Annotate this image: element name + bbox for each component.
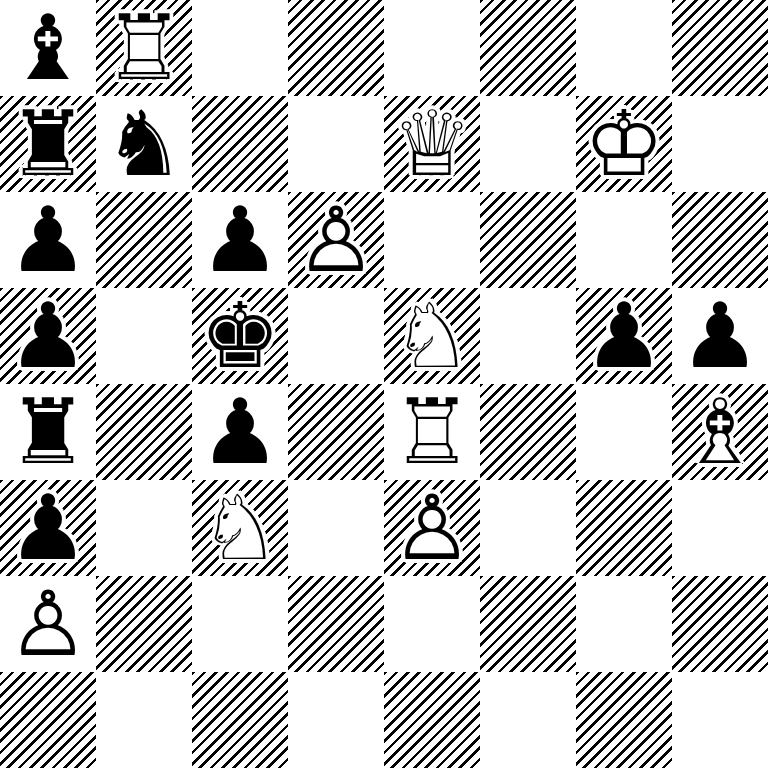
square-b6[interactable] bbox=[96, 192, 192, 288]
white-queen[interactable]: ♛♕ bbox=[384, 96, 480, 192]
square-g4[interactable] bbox=[576, 384, 672, 480]
black-bishop[interactable]: ♝♝ bbox=[0, 0, 96, 96]
square-g7[interactable]: ♚♔ bbox=[576, 96, 672, 192]
black-pawn-icon: ♟ bbox=[192, 384, 288, 480]
square-c2[interactable] bbox=[192, 576, 288, 672]
square-g3[interactable] bbox=[576, 480, 672, 576]
square-d1[interactable] bbox=[288, 672, 384, 768]
white-pawn-icon: ♙ bbox=[0, 576, 96, 672]
square-a2[interactable]: ♟♙ bbox=[0, 576, 96, 672]
chess-board: ♝♝♜♖♜♜♞♞♛♕♚♔♟♟♟♟♟♙♟♟♚♚♞♘♟♟♟♟♜♜♟♟♜♖♝♗♟♟♞♘… bbox=[0, 0, 768, 768]
square-a6[interactable]: ♟♟ bbox=[0, 192, 96, 288]
square-e2[interactable] bbox=[384, 576, 480, 672]
black-king[interactable]: ♚♚ bbox=[192, 288, 288, 384]
white-pawn-icon: ♙ bbox=[288, 192, 384, 288]
square-g8[interactable] bbox=[576, 0, 672, 96]
square-b5[interactable] bbox=[96, 288, 192, 384]
black-rook[interactable]: ♜♜ bbox=[0, 96, 96, 192]
square-c1[interactable] bbox=[192, 672, 288, 768]
square-d7[interactable] bbox=[288, 96, 384, 192]
square-b1[interactable] bbox=[96, 672, 192, 768]
black-rook-icon: ♜ bbox=[0, 384, 96, 480]
square-d3[interactable] bbox=[288, 480, 384, 576]
white-pawn[interactable]: ♟♙ bbox=[0, 576, 96, 672]
square-e5[interactable]: ♞♘ bbox=[384, 288, 480, 384]
white-rook-icon: ♖ bbox=[384, 384, 480, 480]
square-a1[interactable] bbox=[0, 672, 96, 768]
white-pawn[interactable]: ♟♙ bbox=[384, 480, 480, 576]
square-h6[interactable] bbox=[672, 192, 768, 288]
white-king[interactable]: ♚♔ bbox=[576, 96, 672, 192]
white-rook[interactable]: ♜♖ bbox=[96, 0, 192, 96]
square-h8[interactable] bbox=[672, 0, 768, 96]
square-f3[interactable] bbox=[480, 480, 576, 576]
square-c7[interactable] bbox=[192, 96, 288, 192]
black-knight[interactable]: ♞♞ bbox=[96, 96, 192, 192]
square-e3[interactable]: ♟♙ bbox=[384, 480, 480, 576]
square-f5[interactable] bbox=[480, 288, 576, 384]
square-h7[interactable] bbox=[672, 96, 768, 192]
square-c4[interactable]: ♟♟ bbox=[192, 384, 288, 480]
square-f8[interactable] bbox=[480, 0, 576, 96]
white-rook-icon: ♖ bbox=[96, 0, 192, 96]
black-king-icon: ♚ bbox=[192, 288, 288, 384]
black-pawn-icon: ♟ bbox=[672, 288, 768, 384]
square-f7[interactable] bbox=[480, 96, 576, 192]
black-pawn-icon: ♟ bbox=[0, 480, 96, 576]
black-pawn[interactable]: ♟♟ bbox=[192, 192, 288, 288]
square-c3[interactable]: ♞♘ bbox=[192, 480, 288, 576]
square-a8[interactable]: ♝♝ bbox=[0, 0, 96, 96]
square-a7[interactable]: ♜♜ bbox=[0, 96, 96, 192]
black-pawn[interactable]: ♟♟ bbox=[576, 288, 672, 384]
white-queen-icon: ♕ bbox=[384, 96, 480, 192]
black-pawn[interactable]: ♟♟ bbox=[0, 480, 96, 576]
square-b3[interactable] bbox=[96, 480, 192, 576]
square-d4[interactable] bbox=[288, 384, 384, 480]
black-pawn-icon: ♟ bbox=[0, 192, 96, 288]
square-f2[interactable] bbox=[480, 576, 576, 672]
black-pawn[interactable]: ♟♟ bbox=[0, 288, 96, 384]
square-e1[interactable] bbox=[384, 672, 480, 768]
square-e4[interactable]: ♜♖ bbox=[384, 384, 480, 480]
square-g5[interactable]: ♟♟ bbox=[576, 288, 672, 384]
square-d5[interactable] bbox=[288, 288, 384, 384]
black-knight-icon: ♞ bbox=[96, 96, 192, 192]
square-d2[interactable] bbox=[288, 576, 384, 672]
square-d8[interactable] bbox=[288, 0, 384, 96]
square-d6[interactable]: ♟♙ bbox=[288, 192, 384, 288]
square-h2[interactable] bbox=[672, 576, 768, 672]
black-pawn[interactable]: ♟♟ bbox=[0, 192, 96, 288]
square-a5[interactable]: ♟♟ bbox=[0, 288, 96, 384]
square-f1[interactable] bbox=[480, 672, 576, 768]
square-e6[interactable] bbox=[384, 192, 480, 288]
black-pawn[interactable]: ♟♟ bbox=[192, 384, 288, 480]
square-h5[interactable]: ♟♟ bbox=[672, 288, 768, 384]
white-rook[interactable]: ♜♖ bbox=[384, 384, 480, 480]
square-b7[interactable]: ♞♞ bbox=[96, 96, 192, 192]
square-c5[interactable]: ♚♚ bbox=[192, 288, 288, 384]
black-rook-icon: ♜ bbox=[0, 96, 96, 192]
white-knight-icon: ♘ bbox=[384, 288, 480, 384]
square-h4[interactable]: ♝♗ bbox=[672, 384, 768, 480]
square-g6[interactable] bbox=[576, 192, 672, 288]
square-b2[interactable] bbox=[96, 576, 192, 672]
white-pawn-icon: ♙ bbox=[384, 480, 480, 576]
square-f4[interactable] bbox=[480, 384, 576, 480]
black-pawn[interactable]: ♟♟ bbox=[672, 288, 768, 384]
white-pawn[interactable]: ♟♙ bbox=[288, 192, 384, 288]
square-e7[interactable]: ♛♕ bbox=[384, 96, 480, 192]
black-rook[interactable]: ♜♜ bbox=[0, 384, 96, 480]
square-a4[interactable]: ♜♜ bbox=[0, 384, 96, 480]
white-bishop-icon: ♗ bbox=[672, 384, 768, 480]
white-knight[interactable]: ♞♘ bbox=[192, 480, 288, 576]
white-king-icon: ♔ bbox=[576, 96, 672, 192]
black-pawn-icon: ♟ bbox=[192, 192, 288, 288]
square-c8[interactable] bbox=[192, 0, 288, 96]
square-a3[interactable]: ♟♟ bbox=[0, 480, 96, 576]
square-h3[interactable] bbox=[672, 480, 768, 576]
white-bishop[interactable]: ♝♗ bbox=[672, 384, 768, 480]
black-pawn-icon: ♟ bbox=[0, 288, 96, 384]
white-knight[interactable]: ♞♘ bbox=[384, 288, 480, 384]
square-c6[interactable]: ♟♟ bbox=[192, 192, 288, 288]
white-knight-icon: ♘ bbox=[192, 480, 288, 576]
square-b4[interactable] bbox=[96, 384, 192, 480]
square-g1[interactable] bbox=[576, 672, 672, 768]
square-e8[interactable] bbox=[384, 0, 480, 96]
square-h1[interactable] bbox=[672, 672, 768, 768]
black-bishop-icon: ♝ bbox=[0, 0, 96, 96]
black-pawn-icon: ♟ bbox=[576, 288, 672, 384]
square-g2[interactable] bbox=[576, 576, 672, 672]
square-f6[interactable] bbox=[480, 192, 576, 288]
square-b8[interactable]: ♜♖ bbox=[96, 0, 192, 96]
